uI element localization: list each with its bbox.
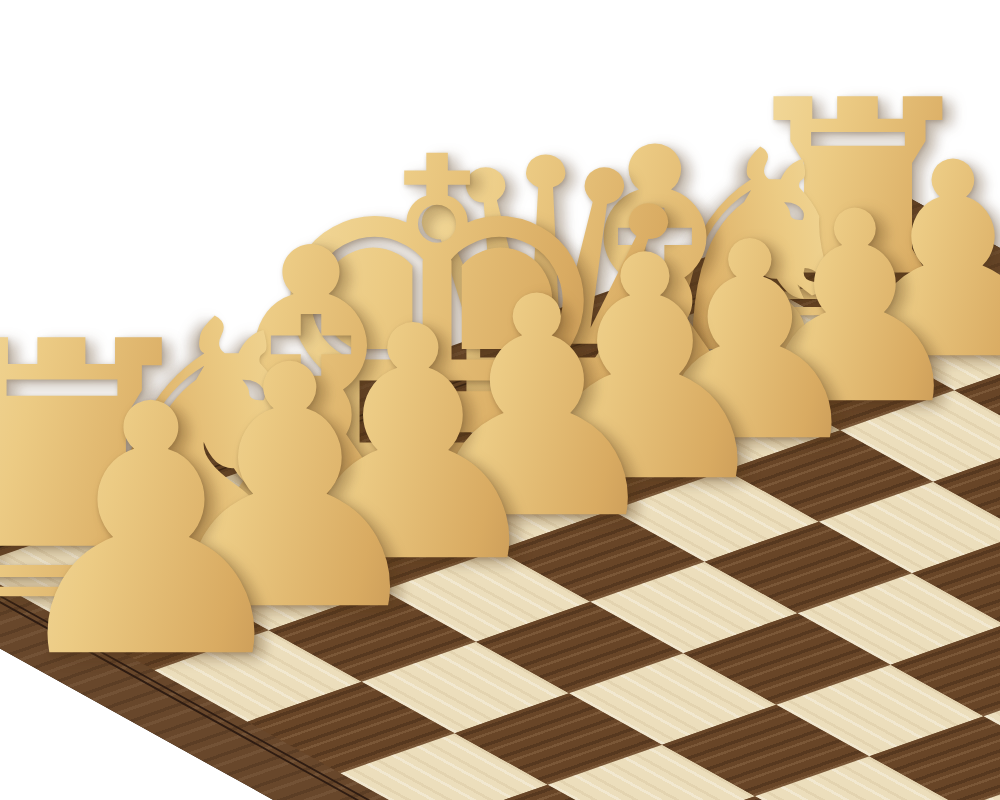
chess-set-photo: ♜♞♝♚♛♝♞♜♟♟♟♟♟♟♟♟ xyxy=(0,0,1000,800)
piece-white-pawn-h2[interactable]: ♟ xyxy=(0,360,324,706)
